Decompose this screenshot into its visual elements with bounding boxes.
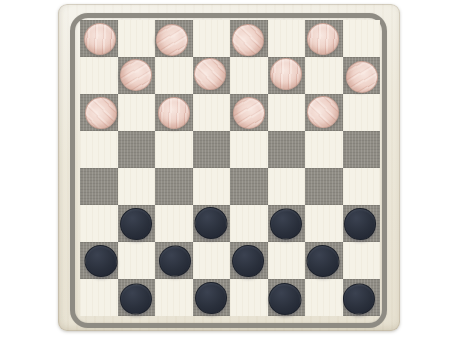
board-square[interactable]	[80, 279, 118, 316]
board-square[interactable]	[155, 168, 193, 205]
board-square[interactable]	[80, 57, 118, 94]
board-square[interactable]	[268, 131, 306, 168]
board-square[interactable]	[343, 20, 381, 57]
board-square[interactable]	[343, 94, 381, 131]
board-square[interactable]	[193, 131, 231, 168]
board-square[interactable]	[343, 168, 381, 205]
board-square[interactable]	[230, 205, 268, 242]
pink-checker-piece[interactable]	[84, 23, 116, 55]
photo-background	[0, 0, 460, 340]
board-square[interactable]	[118, 94, 156, 131]
pink-checker-piece[interactable]	[307, 23, 339, 55]
navy-checker-piece[interactable]	[195, 282, 227, 314]
board-square[interactable]	[230, 279, 268, 316]
navy-checker-piece[interactable]	[306, 245, 339, 277]
board-square[interactable]	[230, 131, 268, 168]
navy-checker-piece[interactable]	[195, 207, 228, 239]
board-square[interactable]	[80, 131, 118, 168]
board-grid	[80, 20, 380, 316]
board-square[interactable]	[268, 94, 306, 131]
navy-checker-piece[interactable]	[159, 245, 191, 276]
board-square[interactable]	[155, 131, 193, 168]
board-square[interactable]	[193, 168, 231, 205]
board-square[interactable]	[343, 131, 381, 168]
navy-checker-piece[interactable]	[232, 245, 264, 277]
board-square[interactable]	[193, 242, 231, 279]
board-square[interactable]	[305, 205, 343, 242]
board-square[interactable]	[305, 131, 343, 168]
board-square[interactable]	[80, 205, 118, 242]
pink-checker-piece[interactable]	[158, 97, 190, 129]
board-square[interactable]	[305, 168, 343, 205]
board-square[interactable]	[118, 20, 156, 57]
board-square[interactable]	[118, 242, 156, 279]
board-square[interactable]	[230, 57, 268, 94]
navy-checker-piece[interactable]	[343, 283, 375, 314]
board-square[interactable]	[118, 131, 156, 168]
pink-checker-piece[interactable]	[270, 58, 302, 90]
board-square[interactable]	[80, 168, 118, 205]
navy-checker-piece[interactable]	[344, 208, 376, 240]
navy-checker-piece[interactable]	[84, 245, 117, 277]
navy-checker-piece[interactable]	[270, 208, 302, 239]
navy-checker-piece[interactable]	[120, 283, 152, 314]
board-square[interactable]	[268, 168, 306, 205]
board-square[interactable]	[118, 168, 156, 205]
navy-checker-piece[interactable]	[269, 283, 302, 315]
board-square[interactable]	[305, 279, 343, 316]
board-square[interactable]	[193, 94, 231, 131]
board-square[interactable]	[305, 57, 343, 94]
board-square[interactable]	[155, 57, 193, 94]
board-square[interactable]	[230, 168, 268, 205]
board-square[interactable]	[268, 20, 306, 57]
board-square[interactable]	[193, 20, 231, 57]
wooden-checkers-board	[58, 4, 400, 331]
board-square[interactable]	[343, 242, 381, 279]
navy-checker-piece[interactable]	[120, 208, 152, 240]
board-square[interactable]	[268, 242, 306, 279]
board-square[interactable]	[155, 279, 193, 316]
board-square[interactable]	[155, 205, 193, 242]
